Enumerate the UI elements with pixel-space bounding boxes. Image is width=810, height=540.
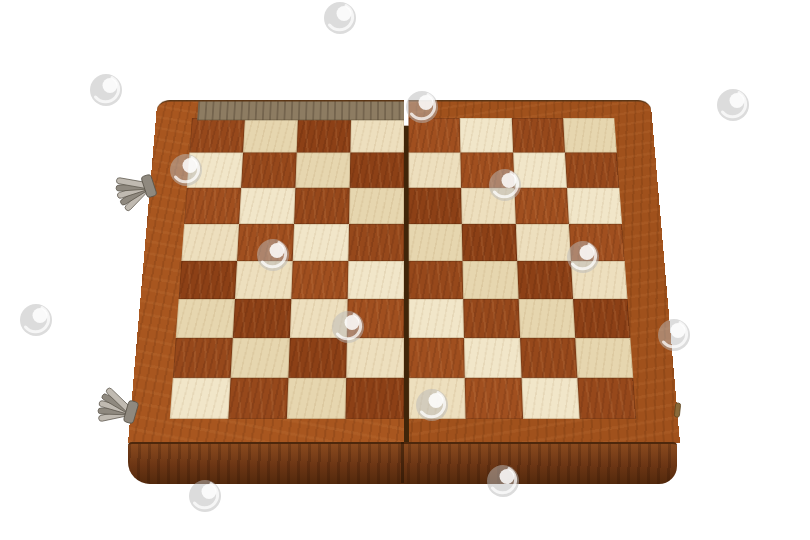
square-r3c8 bbox=[567, 188, 622, 224]
square-r7c1 bbox=[173, 338, 233, 378]
watermark-logo-icon bbox=[318, 0, 362, 40]
square-r7c2 bbox=[231, 338, 290, 378]
square-r2c8 bbox=[565, 153, 620, 188]
square-r6c5 bbox=[409, 299, 464, 338]
square-r3c2 bbox=[239, 188, 295, 224]
square-r6c7 bbox=[518, 299, 575, 338]
square-r4c3 bbox=[293, 224, 349, 261]
square-r5c5 bbox=[409, 261, 464, 299]
square-r1c1 bbox=[189, 118, 245, 152]
square-r3c6 bbox=[461, 188, 515, 224]
square-r4c4 bbox=[348, 224, 404, 261]
square-r6c2 bbox=[233, 299, 291, 338]
square-r8c3 bbox=[287, 378, 346, 419]
square-r4c7 bbox=[515, 224, 570, 261]
front-edge-seam bbox=[401, 442, 404, 483]
square-r8c2 bbox=[228, 378, 288, 419]
square-r4c5 bbox=[409, 224, 463, 261]
chessboard bbox=[128, 100, 680, 443]
square-r3c4 bbox=[349, 188, 404, 224]
stock-photo-canvas bbox=[0, 0, 810, 540]
board-left-half bbox=[128, 100, 404, 443]
square-r1c5 bbox=[408, 118, 460, 152]
square-r6c4 bbox=[347, 299, 404, 338]
square-r1c7 bbox=[511, 118, 564, 152]
square-r6c1 bbox=[176, 299, 235, 338]
square-r5c3 bbox=[291, 261, 348, 299]
square-r1c8 bbox=[563, 118, 617, 152]
square-r2c6 bbox=[461, 153, 514, 188]
square-r7c4 bbox=[346, 338, 404, 378]
watermark-logo-icon bbox=[84, 68, 128, 112]
square-r5c2 bbox=[235, 261, 293, 299]
square-r8c6 bbox=[465, 378, 523, 419]
square-r8c4 bbox=[345, 378, 404, 419]
square-r7c5 bbox=[409, 338, 465, 378]
board-left-grid bbox=[170, 118, 404, 419]
square-r6c8 bbox=[573, 299, 631, 338]
square-r6c6 bbox=[463, 299, 519, 338]
square-r3c3 bbox=[294, 188, 350, 224]
square-r4c6 bbox=[462, 224, 517, 261]
square-r2c4 bbox=[350, 153, 404, 188]
square-r8c5 bbox=[409, 378, 466, 419]
square-r1c6 bbox=[460, 118, 513, 152]
square-r4c1 bbox=[181, 224, 239, 261]
square-r5c8 bbox=[571, 261, 628, 299]
square-r5c4 bbox=[348, 261, 404, 299]
square-r1c4 bbox=[350, 118, 404, 152]
square-r8c1 bbox=[170, 378, 231, 419]
square-r2c3 bbox=[295, 153, 350, 188]
square-r5c6 bbox=[463, 261, 518, 299]
board-right-half bbox=[408, 100, 680, 443]
square-r8c7 bbox=[521, 378, 579, 419]
square-r7c7 bbox=[520, 338, 578, 378]
square-r3c7 bbox=[514, 188, 569, 224]
square-r3c1 bbox=[184, 188, 241, 224]
square-r3c5 bbox=[409, 188, 462, 224]
square-r2c2 bbox=[241, 153, 297, 188]
square-r5c7 bbox=[517, 261, 573, 299]
square-r8c8 bbox=[577, 378, 636, 419]
watermark-logo-icon bbox=[711, 83, 755, 127]
square-r2c5 bbox=[409, 153, 462, 188]
square-r7c6 bbox=[464, 338, 521, 378]
square-r4c8 bbox=[569, 224, 625, 261]
square-r7c8 bbox=[575, 338, 633, 378]
watermark-logo-icon bbox=[14, 298, 58, 342]
square-r1c2 bbox=[243, 118, 298, 152]
square-r4c2 bbox=[237, 224, 294, 261]
square-r2c1 bbox=[187, 153, 243, 188]
square-r6c3 bbox=[290, 299, 348, 338]
square-r5c1 bbox=[179, 261, 237, 299]
hinge-edge-strip bbox=[197, 102, 404, 121]
square-r2c7 bbox=[513, 153, 567, 188]
board-right-grid bbox=[408, 118, 636, 419]
square-r1c3 bbox=[297, 118, 351, 152]
square-r7c3 bbox=[288, 338, 347, 378]
